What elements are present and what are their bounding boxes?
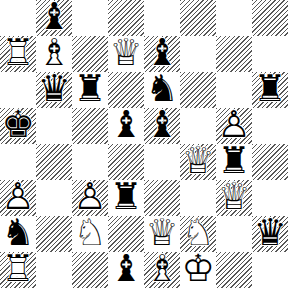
piece-black-knight: ♞♞: [0, 216, 36, 252]
piece-glyph: ♗: [144, 252, 180, 288]
piece-glyph: ♘: [72, 216, 108, 252]
piece-glyph: ♞: [144, 72, 180, 108]
square-a5[interactable]: ♚♚: [0, 108, 36, 144]
piece-glyph: ♔: [180, 252, 216, 288]
square-c7[interactable]: [72, 36, 108, 72]
piece-white-king: ♚♔: [180, 252, 216, 288]
piece-glyph: ♜: [252, 72, 288, 108]
piece-white-knight: ♞♘: [180, 216, 216, 252]
square-g3[interactable]: ♛♕: [216, 180, 252, 216]
square-a1[interactable]: ♜♖: [0, 252, 36, 288]
square-e6[interactable]: ♞♞: [144, 72, 180, 108]
square-f7[interactable]: [180, 36, 216, 72]
piece-glyph: ♕: [144, 216, 180, 252]
piece-black-king: ♚♚: [0, 108, 36, 144]
piece-black-rook: ♜♜: [252, 72, 288, 108]
square-g2[interactable]: [216, 216, 252, 252]
piece-white-bishop: ♝♗: [144, 252, 180, 288]
piece-white-pawn: ♟♙: [72, 180, 108, 216]
square-d1[interactable]: ♝♝: [108, 252, 144, 288]
square-a4[interactable]: [0, 144, 36, 180]
square-g5[interactable]: ♟♙: [216, 108, 252, 144]
piece-glyph: ♙: [72, 180, 108, 216]
square-a7[interactable]: ♜♖: [0, 36, 36, 72]
piece-white-queen: ♛♕: [144, 216, 180, 252]
piece-black-rook: ♜♜: [72, 72, 108, 108]
square-h2[interactable]: ♛♛: [252, 216, 288, 252]
square-b6[interactable]: ♛♛: [36, 72, 72, 108]
square-c1[interactable]: [72, 252, 108, 288]
piece-white-queen: ♛♕: [216, 180, 252, 216]
square-e4[interactable]: [144, 144, 180, 180]
square-d8[interactable]: [108, 0, 144, 36]
piece-white-bishop: ♝♗: [36, 36, 72, 72]
square-b4[interactable]: [36, 144, 72, 180]
square-d5[interactable]: ♝♝: [108, 108, 144, 144]
square-c5[interactable]: [72, 108, 108, 144]
piece-glyph: ♕: [108, 36, 144, 72]
square-b7[interactable]: ♝♗: [36, 36, 72, 72]
square-f4[interactable]: ♛♕: [180, 144, 216, 180]
piece-glyph: ♛: [252, 216, 288, 252]
piece-glyph: ♚: [0, 108, 36, 144]
square-b8[interactable]: ♝♝: [36, 0, 72, 36]
piece-black-bishop: ♝♝: [108, 252, 144, 288]
square-a2[interactable]: ♞♞: [0, 216, 36, 252]
square-b3[interactable]: [36, 180, 72, 216]
square-f3[interactable]: [180, 180, 216, 216]
piece-glyph: ♕: [216, 180, 252, 216]
piece-glyph: ♖: [0, 36, 36, 72]
square-f6[interactable]: [180, 72, 216, 108]
piece-black-rook: ♜♜: [216, 144, 252, 180]
piece-white-queen: ♛♕: [108, 36, 144, 72]
piece-glyph: ♝: [36, 0, 72, 36]
square-c6[interactable]: ♜♜: [72, 72, 108, 108]
square-e5[interactable]: ♝♝: [144, 108, 180, 144]
square-d3[interactable]: ♜♜: [108, 180, 144, 216]
square-h6[interactable]: ♜♜: [252, 72, 288, 108]
square-d2[interactable]: [108, 216, 144, 252]
piece-white-queen: ♛♕: [180, 144, 216, 180]
square-d4[interactable]: [108, 144, 144, 180]
square-f1[interactable]: ♚♔: [180, 252, 216, 288]
piece-black-bishop: ♝♝: [36, 0, 72, 36]
square-c4[interactable]: [72, 144, 108, 180]
square-g4[interactable]: ♜♜: [216, 144, 252, 180]
piece-white-pawn: ♟♙: [0, 180, 36, 216]
piece-black-queen: ♛♛: [36, 72, 72, 108]
square-c8[interactable]: [72, 0, 108, 36]
square-b1[interactable]: [36, 252, 72, 288]
piece-white-rook: ♜♖: [0, 252, 36, 288]
square-c3[interactable]: ♟♙: [72, 180, 108, 216]
square-g8[interactable]: [216, 0, 252, 36]
piece-glyph: ♘: [180, 216, 216, 252]
piece-glyph: ♗: [36, 36, 72, 72]
square-d7[interactable]: ♛♕: [108, 36, 144, 72]
square-g6[interactable]: [216, 72, 252, 108]
piece-glyph: ♞: [0, 216, 36, 252]
piece-glyph: ♙: [216, 108, 252, 144]
square-f8[interactable]: [180, 0, 216, 36]
square-e8[interactable]: [144, 0, 180, 36]
piece-glyph: ♝: [108, 108, 144, 144]
piece-white-pawn: ♟♙: [216, 108, 252, 144]
piece-glyph: ♙: [0, 180, 36, 216]
piece-glyph: ♝: [144, 36, 180, 72]
square-h1[interactable]: [252, 252, 288, 288]
chess-board: ♝♝♜♖♝♗♛♕♝♝♛♛♜♜♞♞♜♜♚♚♝♝♝♝♟♙♛♕♜♜♟♙♟♙♜♜♛♕♞♞…: [0, 0, 288, 288]
square-e3[interactable]: [144, 180, 180, 216]
square-h4[interactable]: [252, 144, 288, 180]
piece-black-bishop: ♝♝: [144, 36, 180, 72]
piece-glyph: ♜: [108, 180, 144, 216]
piece-glyph: ♖: [0, 252, 36, 288]
square-b2[interactable]: [36, 216, 72, 252]
piece-glyph: ♕: [180, 144, 216, 180]
square-h3[interactable]: [252, 180, 288, 216]
square-e1[interactable]: ♝♗: [144, 252, 180, 288]
square-g7[interactable]: [216, 36, 252, 72]
piece-glyph: ♜: [216, 144, 252, 180]
square-a3[interactable]: ♟♙: [0, 180, 36, 216]
piece-white-knight: ♞♘: [72, 216, 108, 252]
square-g1[interactable]: [216, 252, 252, 288]
piece-glyph: ♝: [144, 108, 180, 144]
piece-glyph: ♝: [108, 252, 144, 288]
square-e7[interactable]: ♝♝: [144, 36, 180, 72]
piece-glyph: ♛: [36, 72, 72, 108]
piece-glyph: ♜: [72, 72, 108, 108]
square-h5[interactable]: [252, 108, 288, 144]
piece-black-bishop: ♝♝: [144, 108, 180, 144]
square-b5[interactable]: [36, 108, 72, 144]
square-a8[interactable]: [0, 0, 36, 36]
square-c2[interactable]: ♞♘: [72, 216, 108, 252]
piece-black-bishop: ♝♝: [108, 108, 144, 144]
piece-black-knight: ♞♞: [144, 72, 180, 108]
square-a6[interactable]: [0, 72, 36, 108]
piece-white-rook: ♜♖: [0, 36, 36, 72]
square-h8[interactable]: [252, 0, 288, 36]
square-h7[interactable]: [252, 36, 288, 72]
square-d6[interactable]: [108, 72, 144, 108]
square-e2[interactable]: ♛♕: [144, 216, 180, 252]
piece-black-queen: ♛♛: [252, 216, 288, 252]
square-f2[interactable]: ♞♘: [180, 216, 216, 252]
square-f5[interactable]: [180, 108, 216, 144]
piece-black-rook: ♜♜: [108, 180, 144, 216]
